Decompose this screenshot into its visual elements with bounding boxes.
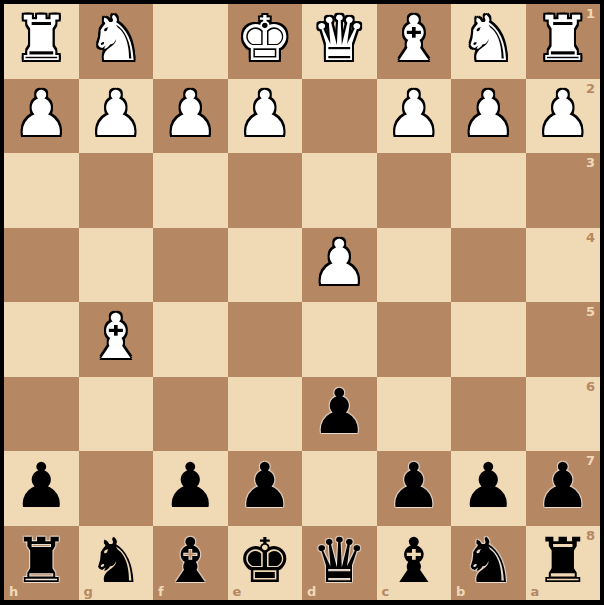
square-d8[interactable]: ♛d — [302, 526, 377, 601]
square-c4[interactable] — [377, 228, 452, 303]
square-d1[interactable]: ♛ — [302, 4, 377, 79]
square-c6[interactable] — [377, 377, 452, 452]
piece-black-bishop[interactable]: ♝ — [386, 530, 442, 592]
square-d4[interactable]: ♟ — [302, 228, 377, 303]
square-f7[interactable]: ♟ — [153, 451, 228, 526]
square-f6[interactable] — [153, 377, 228, 452]
square-c7[interactable]: ♟ — [377, 451, 452, 526]
square-f5[interactable] — [153, 302, 228, 377]
square-a1[interactable]: ♜1 — [526, 4, 601, 79]
piece-white-rook[interactable]: ♜ — [535, 8, 591, 70]
chess-board-frame: ♜♞♚♛♝♞♜1♟♟♟♟♟♟♟23♟4♝5♟6♟♟♟♟♟♟7♜h♞g♝f♚e♛d… — [0, 0, 604, 605]
square-g8[interactable]: ♞g — [79, 526, 154, 601]
square-h3[interactable] — [4, 153, 79, 228]
square-h7[interactable]: ♟ — [4, 451, 79, 526]
square-f2[interactable]: ♟ — [153, 79, 228, 154]
piece-black-bishop[interactable]: ♝ — [162, 530, 218, 592]
piece-white-pawn[interactable]: ♟ — [13, 83, 69, 145]
square-d5[interactable] — [302, 302, 377, 377]
square-c3[interactable] — [377, 153, 452, 228]
piece-white-pawn[interactable]: ♟ — [311, 232, 367, 294]
piece-white-bishop[interactable]: ♝ — [88, 306, 144, 368]
square-g2[interactable]: ♟ — [79, 79, 154, 154]
piece-white-king[interactable]: ♚ — [237, 8, 293, 70]
square-b6[interactable] — [451, 377, 526, 452]
piece-white-queen[interactable]: ♛ — [311, 8, 367, 70]
square-c8[interactable]: ♝c — [377, 526, 452, 601]
square-b7[interactable]: ♟ — [451, 451, 526, 526]
square-f1[interactable] — [153, 4, 228, 79]
square-h6[interactable] — [4, 377, 79, 452]
piece-white-pawn[interactable]: ♟ — [237, 83, 293, 145]
square-d3[interactable] — [302, 153, 377, 228]
piece-white-pawn[interactable]: ♟ — [386, 83, 442, 145]
square-a7[interactable]: ♟7 — [526, 451, 601, 526]
square-h1[interactable]: ♜ — [4, 4, 79, 79]
square-b2[interactable]: ♟ — [451, 79, 526, 154]
square-a3[interactable]: 3 — [526, 153, 601, 228]
square-a6[interactable]: 6 — [526, 377, 601, 452]
rank-label-6: 6 — [586, 380, 595, 393]
square-c1[interactable]: ♝ — [377, 4, 452, 79]
square-a2[interactable]: ♟2 — [526, 79, 601, 154]
piece-black-pawn[interactable]: ♟ — [162, 455, 218, 517]
piece-black-pawn[interactable]: ♟ — [460, 455, 516, 517]
piece-white-bishop[interactable]: ♝ — [386, 8, 442, 70]
square-c5[interactable] — [377, 302, 452, 377]
rank-label-5: 5 — [586, 305, 595, 318]
square-f4[interactable] — [153, 228, 228, 303]
square-f3[interactable] — [153, 153, 228, 228]
piece-white-pawn[interactable]: ♟ — [88, 83, 144, 145]
square-e5[interactable] — [228, 302, 303, 377]
square-d6[interactable]: ♟ — [302, 377, 377, 452]
rank-label-3: 3 — [586, 156, 595, 169]
square-g1[interactable]: ♞ — [79, 4, 154, 79]
piece-black-pawn[interactable]: ♟ — [535, 455, 591, 517]
square-e2[interactable]: ♟ — [228, 79, 303, 154]
square-h4[interactable] — [4, 228, 79, 303]
square-e8[interactable]: ♚e — [228, 526, 303, 601]
square-b4[interactable] — [451, 228, 526, 303]
square-e6[interactable] — [228, 377, 303, 452]
square-b3[interactable] — [451, 153, 526, 228]
piece-black-queen[interactable]: ♛ — [311, 530, 367, 592]
piece-black-rook[interactable]: ♜ — [535, 530, 591, 592]
square-e1[interactable]: ♚ — [228, 4, 303, 79]
piece-white-pawn[interactable]: ♟ — [535, 83, 591, 145]
square-b1[interactable]: ♞ — [451, 4, 526, 79]
square-e7[interactable]: ♟ — [228, 451, 303, 526]
square-b5[interactable] — [451, 302, 526, 377]
square-c2[interactable]: ♟ — [377, 79, 452, 154]
piece-black-pawn[interactable]: ♟ — [386, 455, 442, 517]
square-d7[interactable] — [302, 451, 377, 526]
piece-black-pawn[interactable]: ♟ — [311, 381, 367, 443]
square-g6[interactable] — [79, 377, 154, 452]
piece-black-king[interactable]: ♚ — [237, 530, 293, 592]
square-e4[interactable] — [228, 228, 303, 303]
square-a8[interactable]: ♜a8 — [526, 526, 601, 601]
square-f8[interactable]: ♝f — [153, 526, 228, 601]
piece-black-rook[interactable]: ♜ — [13, 530, 69, 592]
square-h8[interactable]: ♜h — [4, 526, 79, 601]
square-g7[interactable] — [79, 451, 154, 526]
square-b8[interactable]: ♞b — [451, 526, 526, 601]
piece-white-rook[interactable]: ♜ — [13, 8, 69, 70]
square-e3[interactable] — [228, 153, 303, 228]
square-g3[interactable] — [79, 153, 154, 228]
rank-label-4: 4 — [586, 231, 595, 244]
piece-white-knight[interactable]: ♞ — [88, 8, 144, 70]
square-h5[interactable] — [4, 302, 79, 377]
square-a5[interactable]: 5 — [526, 302, 601, 377]
square-a4[interactable]: 4 — [526, 228, 601, 303]
square-d2[interactable] — [302, 79, 377, 154]
piece-black-pawn[interactable]: ♟ — [237, 455, 293, 517]
piece-black-knight[interactable]: ♞ — [460, 530, 516, 592]
piece-black-knight[interactable]: ♞ — [88, 530, 144, 592]
piece-white-pawn[interactable]: ♟ — [162, 83, 218, 145]
piece-white-pawn[interactable]: ♟ — [460, 83, 516, 145]
piece-black-pawn[interactable]: ♟ — [13, 455, 69, 517]
piece-white-knight[interactable]: ♞ — [460, 8, 516, 70]
square-g5[interactable]: ♝ — [79, 302, 154, 377]
square-g4[interactable] — [79, 228, 154, 303]
chess-board: ♜♞♚♛♝♞♜1♟♟♟♟♟♟♟23♟4♝5♟6♟♟♟♟♟♟7♜h♞g♝f♚e♛d… — [4, 4, 600, 600]
square-h2[interactable]: ♟ — [4, 79, 79, 154]
